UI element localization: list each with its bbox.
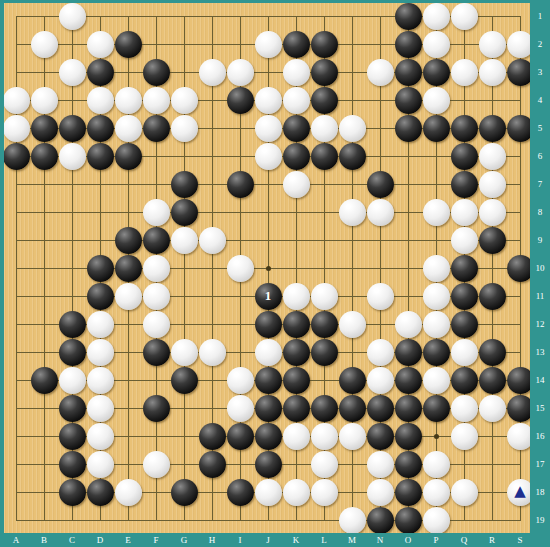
intersection-O16[interactable] (394, 422, 422, 450)
white-stone-O12 (395, 311, 422, 338)
white-stone-D17 (87, 451, 114, 478)
col-label-M: M (344, 534, 360, 546)
intersection-Q5[interactable] (450, 114, 478, 142)
white-stone-L5 (311, 115, 338, 142)
intersection-P11[interactable] (422, 282, 450, 310)
intersection-K14[interactable] (282, 366, 310, 394)
black-stone-C15 (59, 395, 86, 422)
black-stone-P3 (423, 59, 450, 86)
black-stone-C16 (59, 423, 86, 450)
white-stone-Q3 (451, 59, 478, 86)
black-stone-Q7 (451, 171, 478, 198)
intersection-N19[interactable] (366, 506, 394, 534)
intersection-J13[interactable] (254, 338, 282, 366)
intersection-O13[interactable] (394, 338, 422, 366)
row-label-4: 4 (531, 95, 549, 106)
white-stone-Q15 (451, 395, 478, 422)
intersection-C13[interactable] (58, 338, 86, 366)
intersection-O12[interactable] (394, 310, 422, 338)
intersection-P13[interactable] (422, 338, 450, 366)
intersection-E9[interactable] (114, 226, 142, 254)
intersection-L17[interactable] (310, 450, 338, 478)
intersection-K5[interactable] (282, 114, 310, 142)
black-stone-J12 (255, 311, 282, 338)
intersection-L4[interactable] (310, 86, 338, 114)
intersection-C12[interactable] (58, 310, 86, 338)
intersection-J18[interactable] (254, 478, 282, 506)
intersection-F11[interactable] (142, 282, 170, 310)
black-stone-G14 (171, 367, 198, 394)
intersection-M8[interactable] (338, 198, 366, 226)
intersection-Q6[interactable] (450, 142, 478, 170)
intersection-H13[interactable] (198, 338, 226, 366)
intersection-D13[interactable] (86, 338, 114, 366)
black-stone-K6 (283, 143, 310, 170)
white-stone-M19 (339, 507, 366, 534)
black-stone-R11 (479, 283, 506, 310)
intersection-M6[interactable] (338, 142, 366, 170)
black-stone-O4 (395, 87, 422, 114)
intersection-Q13[interactable] (450, 338, 478, 366)
row-label-7: 7 (531, 179, 549, 190)
intersection-C6[interactable] (58, 142, 86, 170)
intersection-N8[interactable] (366, 198, 394, 226)
white-stone-G9 (171, 227, 198, 254)
intersection-P5[interactable] (422, 114, 450, 142)
intersection-Q10[interactable] (450, 254, 478, 282)
intersection-N3[interactable] (366, 58, 394, 86)
intersection-P1[interactable] (422, 2, 450, 30)
intersection-O1[interactable] (394, 2, 422, 30)
intersection-Q1[interactable] (450, 2, 478, 30)
intersection-J4[interactable] (254, 86, 282, 114)
intersection-K6[interactable] (282, 142, 310, 170)
white-stone-P4 (423, 87, 450, 114)
white-stone-Q1 (451, 3, 478, 30)
intersection-M5[interactable] (338, 114, 366, 142)
intersection-G5[interactable] (170, 114, 198, 142)
intersection-G9[interactable] (170, 226, 198, 254)
intersection-O2[interactable] (394, 30, 422, 58)
intersection-D5[interactable] (86, 114, 114, 142)
intersection-D10[interactable] (86, 254, 114, 282)
black-stone-K15 (283, 395, 310, 422)
intersection-D4[interactable] (86, 86, 114, 114)
intersection-H9[interactable] (198, 226, 226, 254)
intersection-K2[interactable] (282, 30, 310, 58)
col-label-C: C (64, 534, 80, 546)
intersection-F4[interactable] (142, 86, 170, 114)
col-label-F: F (148, 534, 164, 546)
row-label-8: 8 (531, 207, 549, 218)
intersection-F8[interactable] (142, 198, 170, 226)
white-stone-J6 (255, 143, 282, 170)
intersection-N11[interactable] (366, 282, 394, 310)
intersection-D17[interactable] (86, 450, 114, 478)
intersection-J12[interactable] (254, 310, 282, 338)
intersection-P15[interactable] (422, 394, 450, 422)
intersection-A5[interactable] (2, 114, 30, 142)
white-stone-N17 (367, 451, 394, 478)
intersection-J11[interactable]: 1 (254, 282, 282, 310)
black-stone-C18 (59, 479, 86, 506)
intersection-L12[interactable] (310, 310, 338, 338)
white-stone-I14 (227, 367, 254, 394)
black-stone-D6 (87, 143, 114, 170)
intersection-C16[interactable] (58, 422, 86, 450)
intersection-K15[interactable] (282, 394, 310, 422)
intersection-R13[interactable] (478, 338, 506, 366)
intersection-B2[interactable] (30, 30, 58, 58)
row-label-13: 13 (531, 347, 549, 358)
black-stone-Q14 (451, 367, 478, 394)
white-stone-J13 (255, 339, 282, 366)
intersection-D11[interactable] (86, 282, 114, 310)
intersection-H17[interactable] (198, 450, 226, 478)
intersection-R2[interactable] (478, 30, 506, 58)
white-stone-I10 (227, 255, 254, 282)
intersection-O14[interactable] (394, 366, 422, 394)
black-stone-E6 (115, 143, 142, 170)
intersection-M16[interactable] (338, 422, 366, 450)
intersection-L6[interactable] (310, 142, 338, 170)
intersection-R11[interactable] (478, 282, 506, 310)
black-stone-C13 (59, 339, 86, 366)
black-stone-Q10 (451, 255, 478, 282)
intersection-R9[interactable] (478, 226, 506, 254)
intersection-L18[interactable] (310, 478, 338, 506)
intersection-F12[interactable] (142, 310, 170, 338)
black-stone-D3 (87, 59, 114, 86)
intersection-I3[interactable] (226, 58, 254, 86)
intersection-G18[interactable] (170, 478, 198, 506)
intersection-G7[interactable] (170, 170, 198, 198)
black-stone-N7 (367, 171, 394, 198)
intersection-E5[interactable] (114, 114, 142, 142)
intersection-J17[interactable] (254, 450, 282, 478)
intersection-N13[interactable] (366, 338, 394, 366)
intersection-F5[interactable] (142, 114, 170, 142)
intersection-L5[interactable] (310, 114, 338, 142)
intersection-L15[interactable] (310, 394, 338, 422)
intersection-P17[interactable] (422, 450, 450, 478)
intersection-P4[interactable] (422, 86, 450, 114)
intersection-J6[interactable] (254, 142, 282, 170)
black-stone-B5 (31, 115, 58, 142)
intersection-M19[interactable] (338, 506, 366, 534)
black-stone-O2 (395, 31, 422, 58)
intersection-Q18[interactable] (450, 478, 478, 506)
black-stone-J17 (255, 451, 282, 478)
intersection-E4[interactable] (114, 86, 142, 114)
intersection-P19[interactable] (422, 506, 450, 534)
intersection-Q3[interactable] (450, 58, 478, 86)
intersection-L16[interactable] (310, 422, 338, 450)
row-label-17: 17 (531, 459, 549, 470)
intersection-O17[interactable] (394, 450, 422, 478)
intersection-O3[interactable] (394, 58, 422, 86)
intersection-I15[interactable] (226, 394, 254, 422)
intersection-O5[interactable] (394, 114, 422, 142)
intersection-R14[interactable] (478, 366, 506, 394)
intersection-Q11[interactable] (450, 282, 478, 310)
intersection-R3[interactable] (478, 58, 506, 86)
intersection-P12[interactable] (422, 310, 450, 338)
intersection-E10[interactable] (114, 254, 142, 282)
white-stone-L16 (311, 423, 338, 450)
white-stone-D2 (87, 31, 114, 58)
intersection-M12[interactable] (338, 310, 366, 338)
intersection-H3[interactable] (198, 58, 226, 86)
intersection-C18[interactable] (58, 478, 86, 506)
black-stone-C17 (59, 451, 86, 478)
intersection-H16[interactable] (198, 422, 226, 450)
black-stone-O1 (395, 3, 422, 30)
col-label-D: D (92, 534, 108, 546)
white-stone-D16 (87, 423, 114, 450)
intersection-N17[interactable] (366, 450, 394, 478)
intersection-L3[interactable] (310, 58, 338, 86)
intersection-R6[interactable] (478, 142, 506, 170)
intersection-Q14[interactable] (450, 366, 478, 394)
white-stone-P10 (423, 255, 450, 282)
intersection-F15[interactable] (142, 394, 170, 422)
intersection-Q12[interactable] (450, 310, 478, 338)
intersection-Q9[interactable] (450, 226, 478, 254)
intersection-K16[interactable] (282, 422, 310, 450)
intersection-K13[interactable] (282, 338, 310, 366)
white-stone-F12 (143, 311, 170, 338)
intersection-F9[interactable] (142, 226, 170, 254)
intersection-I16[interactable] (226, 422, 254, 450)
white-stone-P1 (423, 3, 450, 30)
intersection-O4[interactable] (394, 86, 422, 114)
intersection-R8[interactable] (478, 198, 506, 226)
intersection-M14[interactable] (338, 366, 366, 394)
intersection-P10[interactable] (422, 254, 450, 282)
intersection-I18[interactable] (226, 478, 254, 506)
intersection-R5[interactable] (478, 114, 506, 142)
intersection-Q8[interactable] (450, 198, 478, 226)
col-label-B: B (36, 534, 52, 546)
black-stone-E10 (115, 255, 142, 282)
intersection-C14[interactable] (58, 366, 86, 394)
white-stone-H3 (199, 59, 226, 86)
intersection-O19[interactable] (394, 506, 422, 534)
intersection-I10[interactable] (226, 254, 254, 282)
intersection-G14[interactable] (170, 366, 198, 394)
white-stone-F10 (143, 255, 170, 282)
black-stone-O3 (395, 59, 422, 86)
black-stone-H17 (199, 451, 226, 478)
black-stone-G8 (171, 199, 198, 226)
white-stone-D14 (87, 367, 114, 394)
black-stone-Q11 (451, 283, 478, 310)
white-stone-P2 (423, 31, 450, 58)
row-label-3: 3 (531, 67, 549, 78)
intersection-J15[interactable] (254, 394, 282, 422)
intersection-C3[interactable] (58, 58, 86, 86)
intersection-I4[interactable] (226, 86, 254, 114)
intersection-P18[interactable] (422, 478, 450, 506)
white-stone-A5 (3, 115, 30, 142)
white-stone-A4 (3, 87, 30, 114)
intersection-B14[interactable] (30, 366, 58, 394)
intersection-J16[interactable] (254, 422, 282, 450)
white-stone-H9 (199, 227, 226, 254)
intersection-P3[interactable] (422, 58, 450, 86)
intersection-N7[interactable] (366, 170, 394, 198)
white-stone-R8 (479, 199, 506, 226)
intersection-C1[interactable] (58, 2, 86, 30)
intersection-Q16[interactable] (450, 422, 478, 450)
intersection-B5[interactable] (30, 114, 58, 142)
white-stone-D13 (87, 339, 114, 366)
intersection-N15[interactable] (366, 394, 394, 422)
black-stone-F3 (143, 59, 170, 86)
col-label-J: J (260, 534, 276, 546)
black-stone-L2 (311, 31, 338, 58)
intersection-M15[interactable] (338, 394, 366, 422)
intersection-D6[interactable] (86, 142, 114, 170)
black-stone-E9 (115, 227, 142, 254)
intersection-E2[interactable] (114, 30, 142, 58)
intersection-J2[interactable] (254, 30, 282, 58)
intersection-B6[interactable] (30, 142, 58, 170)
intersection-K4[interactable] (282, 86, 310, 114)
intersection-F3[interactable] (142, 58, 170, 86)
white-stone-K11 (283, 283, 310, 310)
intersection-K7[interactable] (282, 170, 310, 198)
intersection-K18[interactable] (282, 478, 310, 506)
white-stone-K16 (283, 423, 310, 450)
col-label-G: G (176, 534, 192, 546)
col-label-Q: Q (456, 534, 472, 546)
intersection-J14[interactable] (254, 366, 282, 394)
intersection-C17[interactable] (58, 450, 86, 478)
col-label-N: N (372, 534, 388, 546)
intersection-G4[interactable] (170, 86, 198, 114)
col-label-K: K (288, 534, 304, 546)
intersection-L2[interactable] (310, 30, 338, 58)
intersection-N18[interactable] (366, 478, 394, 506)
black-stone-I4 (227, 87, 254, 114)
row-label-11: 11 (531, 291, 549, 302)
board-frame-left (0, 0, 4, 547)
black-stone-L4 (311, 87, 338, 114)
intersection-R15[interactable] (478, 394, 506, 422)
white-stone-F8 (143, 199, 170, 226)
intersection-D18[interactable] (86, 478, 114, 506)
intersection-A4[interactable] (2, 86, 30, 114)
intersection-Q7[interactable] (450, 170, 478, 198)
black-stone-M6 (339, 143, 366, 170)
intersection-D14[interactable] (86, 366, 114, 394)
intersection-D12[interactable] (86, 310, 114, 338)
white-stone-K3 (283, 59, 310, 86)
intersection-O15[interactable] (394, 394, 422, 422)
black-stone-L12 (311, 311, 338, 338)
white-stone-N13 (367, 339, 394, 366)
intersection-I14[interactable] (226, 366, 254, 394)
white-stone-R15 (479, 395, 506, 422)
intersection-L13[interactable] (310, 338, 338, 366)
intersection-D16[interactable] (86, 422, 114, 450)
white-stone-N18 (367, 479, 394, 506)
white-stone-Q18 (451, 479, 478, 506)
row-label-9: 9 (531, 235, 549, 246)
white-stone-G13 (171, 339, 198, 366)
intersection-I7[interactable] (226, 170, 254, 198)
white-stone-J4 (255, 87, 282, 114)
intersection-R7[interactable] (478, 170, 506, 198)
white-stone-C14 (59, 367, 86, 394)
col-label-R: R (484, 534, 500, 546)
white-stone-J18 (255, 479, 282, 506)
intersection-D2[interactable] (86, 30, 114, 58)
intersection-F13[interactable] (142, 338, 170, 366)
white-stone-L17 (311, 451, 338, 478)
white-stone-B2 (31, 31, 58, 58)
intersection-F17[interactable] (142, 450, 170, 478)
intersection-J5[interactable] (254, 114, 282, 142)
intersection-B4[interactable] (30, 86, 58, 114)
intersection-G8[interactable] (170, 198, 198, 226)
intersection-C5[interactable] (58, 114, 86, 142)
intersection-D3[interactable] (86, 58, 114, 86)
intersection-P8[interactable] (422, 198, 450, 226)
black-stone-O17 (395, 451, 422, 478)
white-stone-F17 (143, 451, 170, 478)
intersection-P14[interactable] (422, 366, 450, 394)
intersection-Q15[interactable] (450, 394, 478, 422)
intersection-K3[interactable] (282, 58, 310, 86)
intersection-K12[interactable] (282, 310, 310, 338)
white-stone-D15 (87, 395, 114, 422)
intersection-N16[interactable] (366, 422, 394, 450)
black-stone-D18 (87, 479, 114, 506)
intersection-A6[interactable] (2, 142, 30, 170)
black-stone-O19 (395, 507, 422, 534)
intersection-E18[interactable] (114, 478, 142, 506)
black-stone-O15 (395, 395, 422, 422)
intersection-K11[interactable] (282, 282, 310, 310)
intersection-D15[interactable] (86, 394, 114, 422)
white-stone-P8 (423, 199, 450, 226)
intersection-F10[interactable] (142, 254, 170, 282)
white-stone-P19 (423, 507, 450, 534)
intersection-G13[interactable] (170, 338, 198, 366)
intersection-L11[interactable] (310, 282, 338, 310)
row-label-2: 2 (531, 39, 549, 50)
intersection-O18[interactable] (394, 478, 422, 506)
intersection-E6[interactable] (114, 142, 142, 170)
black-stone-O13 (395, 339, 422, 366)
intersection-C15[interactable] (58, 394, 86, 422)
white-stone-F4 (143, 87, 170, 114)
white-stone-K4 (283, 87, 310, 114)
col-label-A: A (8, 534, 24, 546)
black-stone-O14 (395, 367, 422, 394)
intersection-P2[interactable] (422, 30, 450, 58)
black-stone-J11: 1 (255, 283, 282, 310)
intersection-N14[interactable] (366, 366, 394, 394)
white-stone-F11 (143, 283, 170, 310)
intersection-E11[interactable] (114, 282, 142, 310)
black-stone-P5 (423, 115, 450, 142)
white-stone-K7 (283, 171, 310, 198)
white-stone-L18 (311, 479, 338, 506)
